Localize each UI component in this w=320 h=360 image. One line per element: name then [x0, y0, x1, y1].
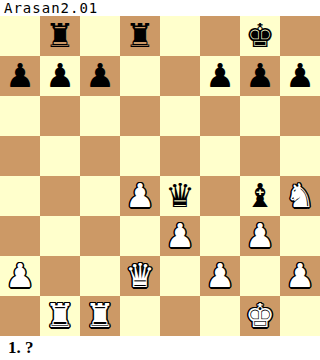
square-e2[interactable] — [160, 256, 200, 296]
square-e6[interactable] — [160, 96, 200, 136]
piece-black-king[interactable]: ♚ — [245, 16, 275, 56]
square-h5[interactable] — [280, 136, 320, 176]
square-h2[interactable]: ♟ — [280, 256, 320, 296]
square-e8[interactable] — [160, 16, 200, 56]
piece-black-pawn[interactable]: ♟ — [85, 56, 115, 96]
piece-black-queen[interactable]: ♛ — [165, 176, 195, 216]
square-c8[interactable] — [80, 16, 120, 56]
square-c3[interactable] — [80, 216, 120, 256]
square-d5[interactable] — [120, 136, 160, 176]
piece-black-pawn[interactable]: ♟ — [45, 56, 75, 96]
square-f7[interactable]: ♟ — [200, 56, 240, 96]
square-g3[interactable]: ♟ — [240, 216, 280, 256]
square-c6[interactable] — [80, 96, 120, 136]
square-g6[interactable] — [240, 96, 280, 136]
square-b7[interactable]: ♟ — [40, 56, 80, 96]
square-c2[interactable] — [80, 256, 120, 296]
piece-black-rook[interactable]: ♜ — [125, 16, 155, 56]
square-a7[interactable]: ♟ — [0, 56, 40, 96]
square-c7[interactable]: ♟ — [80, 56, 120, 96]
piece-black-pawn[interactable]: ♟ — [205, 56, 235, 96]
status-bar: 1. ? — [0, 336, 320, 360]
square-d2[interactable]: ♛ — [120, 256, 160, 296]
move-prompt: 1. ? — [8, 338, 34, 358]
square-h6[interactable] — [280, 96, 320, 136]
square-b5[interactable] — [40, 136, 80, 176]
square-f3[interactable] — [200, 216, 240, 256]
square-g5[interactable] — [240, 136, 280, 176]
square-a3[interactable] — [0, 216, 40, 256]
square-a6[interactable] — [0, 96, 40, 136]
square-h1[interactable] — [280, 296, 320, 336]
square-f2[interactable]: ♟ — [200, 256, 240, 296]
piece-white-pawn[interactable]: ♟ — [165, 216, 195, 256]
square-c4[interactable] — [80, 176, 120, 216]
square-e4[interactable]: ♛ — [160, 176, 200, 216]
piece-black-rook[interactable]: ♜ — [45, 16, 75, 56]
square-c1[interactable]: ♜ — [80, 296, 120, 336]
square-e5[interactable] — [160, 136, 200, 176]
piece-white-king[interactable]: ♚ — [245, 296, 275, 336]
square-a5[interactable] — [0, 136, 40, 176]
square-b1[interactable]: ♜ — [40, 296, 80, 336]
square-b8[interactable]: ♜ — [40, 16, 80, 56]
arasan-window: Arasan2.01 ♜♜♚♟♟♟♟♟♟♟♛♝♞♟♟♟♛♟♟♜♜♚ 1. ? — [0, 0, 320, 360]
square-b3[interactable] — [40, 216, 80, 256]
square-e1[interactable] — [160, 296, 200, 336]
square-f5[interactable] — [200, 136, 240, 176]
piece-white-pawn[interactable]: ♟ — [5, 256, 35, 296]
piece-white-pawn[interactable]: ♟ — [205, 256, 235, 296]
piece-white-queen[interactable]: ♛ — [125, 256, 155, 296]
square-d6[interactable] — [120, 96, 160, 136]
piece-black-pawn[interactable]: ♟ — [285, 56, 315, 96]
square-d1[interactable] — [120, 296, 160, 336]
square-d8[interactable]: ♜ — [120, 16, 160, 56]
square-f6[interactable] — [200, 96, 240, 136]
piece-black-pawn[interactable]: ♟ — [5, 56, 35, 96]
piece-white-rook[interactable]: ♜ — [45, 296, 75, 336]
square-g7[interactable]: ♟ — [240, 56, 280, 96]
square-e7[interactable] — [160, 56, 200, 96]
window-title: Arasan2.01 — [0, 0, 320, 16]
piece-black-bishop[interactable]: ♝ — [245, 176, 275, 216]
square-a8[interactable] — [0, 16, 40, 56]
piece-white-rook[interactable]: ♜ — [85, 296, 115, 336]
square-d4[interactable]: ♟ — [120, 176, 160, 216]
square-g2[interactable] — [240, 256, 280, 296]
square-a4[interactable] — [0, 176, 40, 216]
square-g8[interactable]: ♚ — [240, 16, 280, 56]
piece-white-pawn[interactable]: ♟ — [245, 216, 275, 256]
square-h8[interactable] — [280, 16, 320, 56]
square-a1[interactable] — [0, 296, 40, 336]
square-g4[interactable]: ♝ — [240, 176, 280, 216]
piece-black-pawn[interactable]: ♟ — [245, 56, 275, 96]
square-h3[interactable] — [280, 216, 320, 256]
piece-white-pawn[interactable]: ♟ — [285, 256, 315, 296]
square-e3[interactable]: ♟ — [160, 216, 200, 256]
square-f4[interactable] — [200, 176, 240, 216]
square-b6[interactable] — [40, 96, 80, 136]
square-d3[interactable] — [120, 216, 160, 256]
square-a2[interactable]: ♟ — [0, 256, 40, 296]
square-h4[interactable]: ♞ — [280, 176, 320, 216]
square-b4[interactable] — [40, 176, 80, 216]
square-f1[interactable] — [200, 296, 240, 336]
square-g1[interactable]: ♚ — [240, 296, 280, 336]
square-h7[interactable]: ♟ — [280, 56, 320, 96]
square-f8[interactable] — [200, 16, 240, 56]
square-c5[interactable] — [80, 136, 120, 176]
square-b2[interactable] — [40, 256, 80, 296]
square-d7[interactable] — [120, 56, 160, 96]
piece-white-knight[interactable]: ♞ — [285, 176, 315, 216]
piece-white-pawn[interactable]: ♟ — [125, 176, 155, 216]
chess-board: ♜♜♚♟♟♟♟♟♟♟♛♝♞♟♟♟♛♟♟♜♜♚ — [0, 16, 320, 336]
